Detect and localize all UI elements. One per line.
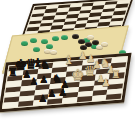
white-bishop: ♝ [64, 54, 75, 66]
green-disc [52, 36, 59, 41]
green-disc [33, 47, 40, 52]
white-queen: ♛ [84, 64, 97, 78]
board-square [18, 100, 33, 106]
white-king: ♚ [71, 68, 84, 83]
product-photo: ♜♚♟♛♝♞♟♟♞♟♟♟♟♝♟♟♟♞♟♛♚♟♜♟ [0, 0, 135, 122]
black-disc [92, 40, 99, 45]
white-pawn: ♟ [102, 78, 111, 88]
board-square [77, 96, 92, 102]
board-square [3, 102, 18, 108]
cream-disc [101, 42, 108, 47]
green-disc [41, 39, 48, 44]
white-rook: ♜ [111, 69, 121, 80]
black-disc [80, 45, 87, 50]
black-disc [72, 34, 79, 39]
black-pawn: ♟ [48, 89, 57, 99]
board-square [106, 93, 121, 99]
cream-disc [50, 50, 57, 55]
black-pawn: ♟ [59, 88, 68, 98]
green-disc [46, 44, 53, 49]
black-knight: ♞ [40, 59, 51, 71]
cream-disc [87, 35, 94, 40]
board-square [91, 95, 106, 101]
green-disc [30, 38, 37, 43]
black-disc [78, 39, 85, 44]
black-pawn: ♟ [39, 94, 48, 104]
green-disc [21, 41, 28, 46]
black-pawn: ♟ [30, 77, 39, 87]
board-square [47, 98, 62, 104]
black-pawn: ♟ [40, 75, 49, 85]
green-disc [61, 35, 68, 40]
